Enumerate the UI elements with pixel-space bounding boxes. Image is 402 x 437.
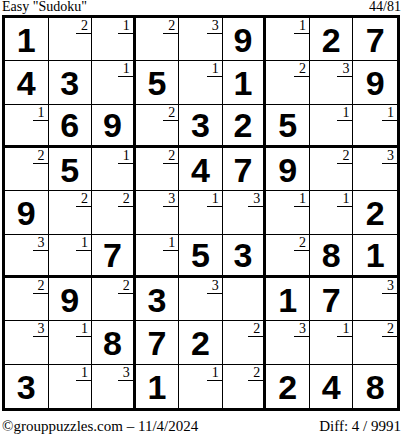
cell-r2c4: 5	[136, 61, 180, 104]
corner-hint-number: 1	[76, 321, 91, 337]
given-digit: 5	[191, 238, 210, 272]
puzzle-title: Easy "Sudoku"	[2, 0, 87, 14]
corner-hint-number: 2	[248, 321, 263, 337]
cell-r5c8: 1	[310, 191, 354, 234]
corner-hint-number: 3	[33, 321, 48, 337]
cell-r5c3: 2	[92, 191, 136, 234]
given-digit: 9	[366, 66, 385, 100]
corner-hint-number: 1	[207, 61, 222, 77]
cell-r8c2: 1	[49, 321, 93, 364]
given-digit: 3	[60, 66, 79, 100]
cell-r1c6: 9	[223, 18, 267, 61]
cell-r2c2: 3	[49, 61, 93, 104]
corner-hint-number: 2	[294, 235, 309, 251]
cell-r9c9: 8	[353, 365, 397, 408]
cell-r2c3: 1	[92, 61, 136, 104]
cell-r6c4: 1	[136, 235, 180, 278]
corner-hint-number: 2	[33, 278, 48, 294]
cell-r8c7: 3	[266, 321, 310, 364]
given-digit: 3	[17, 370, 36, 404]
corner-hint-number: 2	[118, 278, 133, 294]
given-digit: 2	[234, 108, 253, 142]
corner-hint-number: 2	[76, 18, 91, 34]
cell-r3c9: 1	[353, 105, 397, 148]
corner-hint-number: 1	[207, 365, 222, 381]
cell-r9c2: 1	[49, 365, 93, 408]
given-digit: 4	[17, 66, 36, 100]
given-digit: 9	[60, 283, 79, 317]
corner-hint-number: 2	[382, 321, 397, 337]
corner-hint-number: 1	[207, 191, 222, 207]
given-digit: 8	[322, 238, 341, 272]
corner-hint-number: 2	[163, 105, 178, 121]
given-digit: 1	[147, 370, 166, 404]
cell-r8c8: 1	[310, 321, 354, 364]
cell-r7c8: 7	[310, 278, 354, 321]
cell-r5c7: 1	[266, 191, 310, 234]
corner-hint-number: 1	[118, 61, 133, 77]
copyright-date: ©grouppuzzles.com – 11/4/2024	[2, 418, 198, 434]
corner-hint-number: 2	[76, 191, 91, 207]
cell-r2c8: 3	[310, 61, 354, 104]
corner-hint-number: 2	[248, 365, 263, 381]
cell-r9c6: 2	[223, 365, 267, 408]
cell-r3c1: 1	[5, 105, 49, 148]
cell-r4c9: 3	[353, 148, 397, 191]
given-digit: 9	[103, 108, 122, 142]
cell-r7c7: 1	[266, 278, 310, 321]
given-digit: 5	[147, 66, 166, 100]
cell-r8c9: 2	[353, 321, 397, 364]
corner-hint-number: 2	[163, 18, 178, 34]
cell-r4c8: 2	[310, 148, 354, 191]
header: Easy "Sudoku" 44/81	[2, 0, 401, 14]
given-digit: 8	[103, 326, 122, 360]
corner-hint-number: 2	[33, 148, 48, 164]
cell-r8c6: 2	[223, 321, 267, 364]
cell-r4c7: 9	[266, 148, 310, 191]
cell-r3c5: 3	[179, 105, 223, 148]
corner-hint-number: 3	[337, 61, 352, 77]
cell-r9c3: 3	[92, 365, 136, 408]
cell-r2c9: 9	[353, 61, 397, 104]
cell-r8c5: 2	[179, 321, 223, 364]
cell-r2c6: 1	[223, 61, 267, 104]
cell-r3c3: 9	[92, 105, 136, 148]
corner-hint-number: 1	[337, 321, 352, 337]
given-digit: 4	[191, 153, 210, 187]
corner-hint-number: 1	[163, 235, 178, 251]
cell-r3c2: 6	[49, 105, 93, 148]
cell-r3c8: 1	[310, 105, 354, 148]
cell-r9c1: 3	[5, 365, 49, 408]
cell-r2c1: 4	[5, 61, 49, 104]
cell-r1c8: 2	[310, 18, 354, 61]
cell-r7c1: 2	[5, 278, 49, 321]
given-digit: 3	[191, 108, 210, 142]
corner-hint-number: 1	[118, 148, 133, 164]
corner-hint-number: 1	[294, 18, 309, 34]
given-digit: 1	[278, 283, 297, 317]
given-digit: 1	[366, 238, 385, 272]
given-digit: 3	[234, 238, 253, 272]
given-digit: 8	[366, 370, 385, 404]
given-digit: 9	[17, 196, 36, 230]
corner-hint-number: 1	[33, 105, 48, 121]
given-digit: 7	[366, 23, 385, 57]
given-digit: 5	[60, 153, 79, 187]
cell-r8c4: 7	[136, 321, 180, 364]
cell-r5c5: 1	[179, 191, 223, 234]
corner-hint-number: 3	[118, 365, 133, 381]
given-digit: 4	[322, 370, 341, 404]
cell-r1c5: 3	[179, 18, 223, 61]
cell-r1c2: 2	[49, 18, 93, 61]
cell-r1c4: 2	[136, 18, 180, 61]
cell-r1c3: 1	[92, 18, 136, 61]
cell-r3c7: 5	[266, 105, 310, 148]
given-digit: 6	[60, 108, 79, 142]
cell-r6c8: 8	[310, 235, 354, 278]
cell-r8c3: 8	[92, 321, 136, 364]
given-digit: 9	[234, 23, 253, 57]
cell-r9c7: 2	[266, 365, 310, 408]
cell-r4c3: 1	[92, 148, 136, 191]
cell-r5c1: 9	[5, 191, 49, 234]
cell-r5c4: 3	[136, 191, 180, 234]
corner-hint-number: 3	[382, 148, 397, 164]
cell-r4c2: 5	[49, 148, 93, 191]
corner-hint-number: 1	[337, 105, 352, 121]
corner-hint-number: 3	[33, 235, 48, 251]
cell-r5c2: 2	[49, 191, 93, 234]
cell-r6c3: 7	[92, 235, 136, 278]
corner-hint-number: 2	[337, 148, 352, 164]
cell-r6c7: 2	[266, 235, 310, 278]
cell-r9c4: 1	[136, 365, 180, 408]
corner-hint-number: 1	[118, 18, 133, 34]
corner-hint-number: 2	[118, 191, 133, 207]
corner-hint-number: 2	[163, 148, 178, 164]
cell-r4c1: 2	[5, 148, 49, 191]
corner-hint-number: 1	[382, 105, 397, 121]
cell-r3c4: 2	[136, 105, 180, 148]
difficulty-label: Diff: 4 / 9991	[319, 418, 401, 434]
cell-r6c2: 1	[49, 235, 93, 278]
sudoku-puzzle-page: Easy "Sudoku" 44/81 12123912743151123916…	[0, 0, 402, 437]
corner-hint-number: 1	[76, 235, 91, 251]
given-digit: 2	[366, 196, 385, 230]
cell-r6c9: 1	[353, 235, 397, 278]
corner-hint-number: 1	[294, 191, 309, 207]
corner-hint-number: 1	[337, 191, 352, 207]
cell-r7c6	[223, 278, 267, 321]
given-digit: 1	[234, 66, 253, 100]
given-digit: 3	[147, 283, 166, 317]
cell-r6c1: 3	[5, 235, 49, 278]
cell-r4c4: 2	[136, 148, 180, 191]
sudoku-board: 1212391274315112391692325112512479239223…	[2, 15, 400, 411]
corner-hint-number: 3	[294, 321, 309, 337]
cell-r4c6: 7	[223, 148, 267, 191]
cell-r9c5: 1	[179, 365, 223, 408]
given-digit: 2	[322, 23, 341, 57]
given-digit: 7	[234, 153, 253, 187]
given-digit: 5	[278, 108, 297, 142]
cell-r7c5: 3	[179, 278, 223, 321]
corner-hint-number: 3	[248, 191, 263, 207]
corner-hint-number: 3	[207, 278, 222, 294]
footer: ©grouppuzzles.com – 11/4/2024 Diff: 4 / …	[2, 418, 401, 434]
cell-r1c1: 1	[5, 18, 49, 61]
corner-hint-number: 1	[76, 365, 91, 381]
cell-r5c6: 3	[223, 191, 267, 234]
cell-r3c6: 2	[223, 105, 267, 148]
cell-r5c9: 2	[353, 191, 397, 234]
cell-r4c5: 4	[179, 148, 223, 191]
corner-hint-number: 3	[163, 191, 178, 207]
cell-r6c5: 5	[179, 235, 223, 278]
cell-r1c7: 1	[266, 18, 310, 61]
cell-r7c4: 3	[136, 278, 180, 321]
given-digit: 2	[191, 326, 210, 360]
given-digit: 7	[322, 283, 341, 317]
cell-r7c2: 9	[49, 278, 93, 321]
cell-r7c9: 3	[353, 278, 397, 321]
corner-hint-number: 3	[382, 278, 397, 294]
corner-hint-number: 3	[207, 18, 222, 34]
given-digit: 7	[103, 238, 122, 272]
cell-r7c3: 2	[92, 278, 136, 321]
cell-r1c9: 7	[353, 18, 397, 61]
given-digit: 7	[147, 326, 166, 360]
cell-r2c5: 1	[179, 61, 223, 104]
given-digit: 2	[278, 370, 297, 404]
corner-hint-number: 2	[294, 61, 309, 77]
given-digit: 9	[278, 153, 297, 187]
cell-r6c6: 3	[223, 235, 267, 278]
cell-r2c7: 2	[266, 61, 310, 104]
cell-r8c1: 3	[5, 321, 49, 364]
cell-r9c8: 4	[310, 365, 354, 408]
given-digit: 1	[17, 23, 36, 57]
puzzle-counter: 44/81	[369, 0, 401, 14]
